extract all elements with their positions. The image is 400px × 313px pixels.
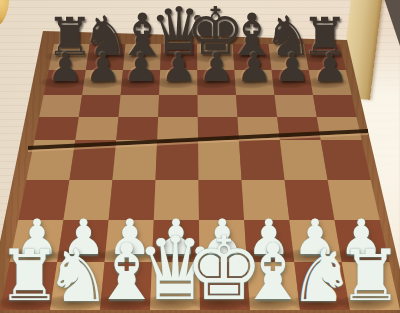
white-rook-h1: ♜ — [339, 241, 400, 312]
black-pawn-b7: ♟ — [85, 48, 121, 88]
board-pieces: ♜♞♝♛♚♝♞♜♟♟♟♟♟♟♟♟♟♟♟♟♟♟♟♟♜♞♝♛♚♝♞♜ — [0, 0, 400, 313]
black-pawn-d7: ♟ — [161, 48, 197, 88]
black-pawn-h7: ♟ — [312, 48, 348, 88]
black-pawn-f7: ♟ — [236, 48, 272, 88]
black-pawn-g7: ♟ — [274, 48, 310, 88]
black-pawn-e7: ♟ — [199, 48, 235, 88]
chess-photo-scene: ♜♞♝♛♚♝♞♜♟♟♟♟♟♟♟♟♟♟♟♟♟♟♟♟♜♞♝♛♚♝♞♜ — [0, 0, 400, 313]
black-pawn-c7: ♟ — [123, 48, 159, 88]
black-pawn-a7: ♟ — [47, 48, 83, 88]
